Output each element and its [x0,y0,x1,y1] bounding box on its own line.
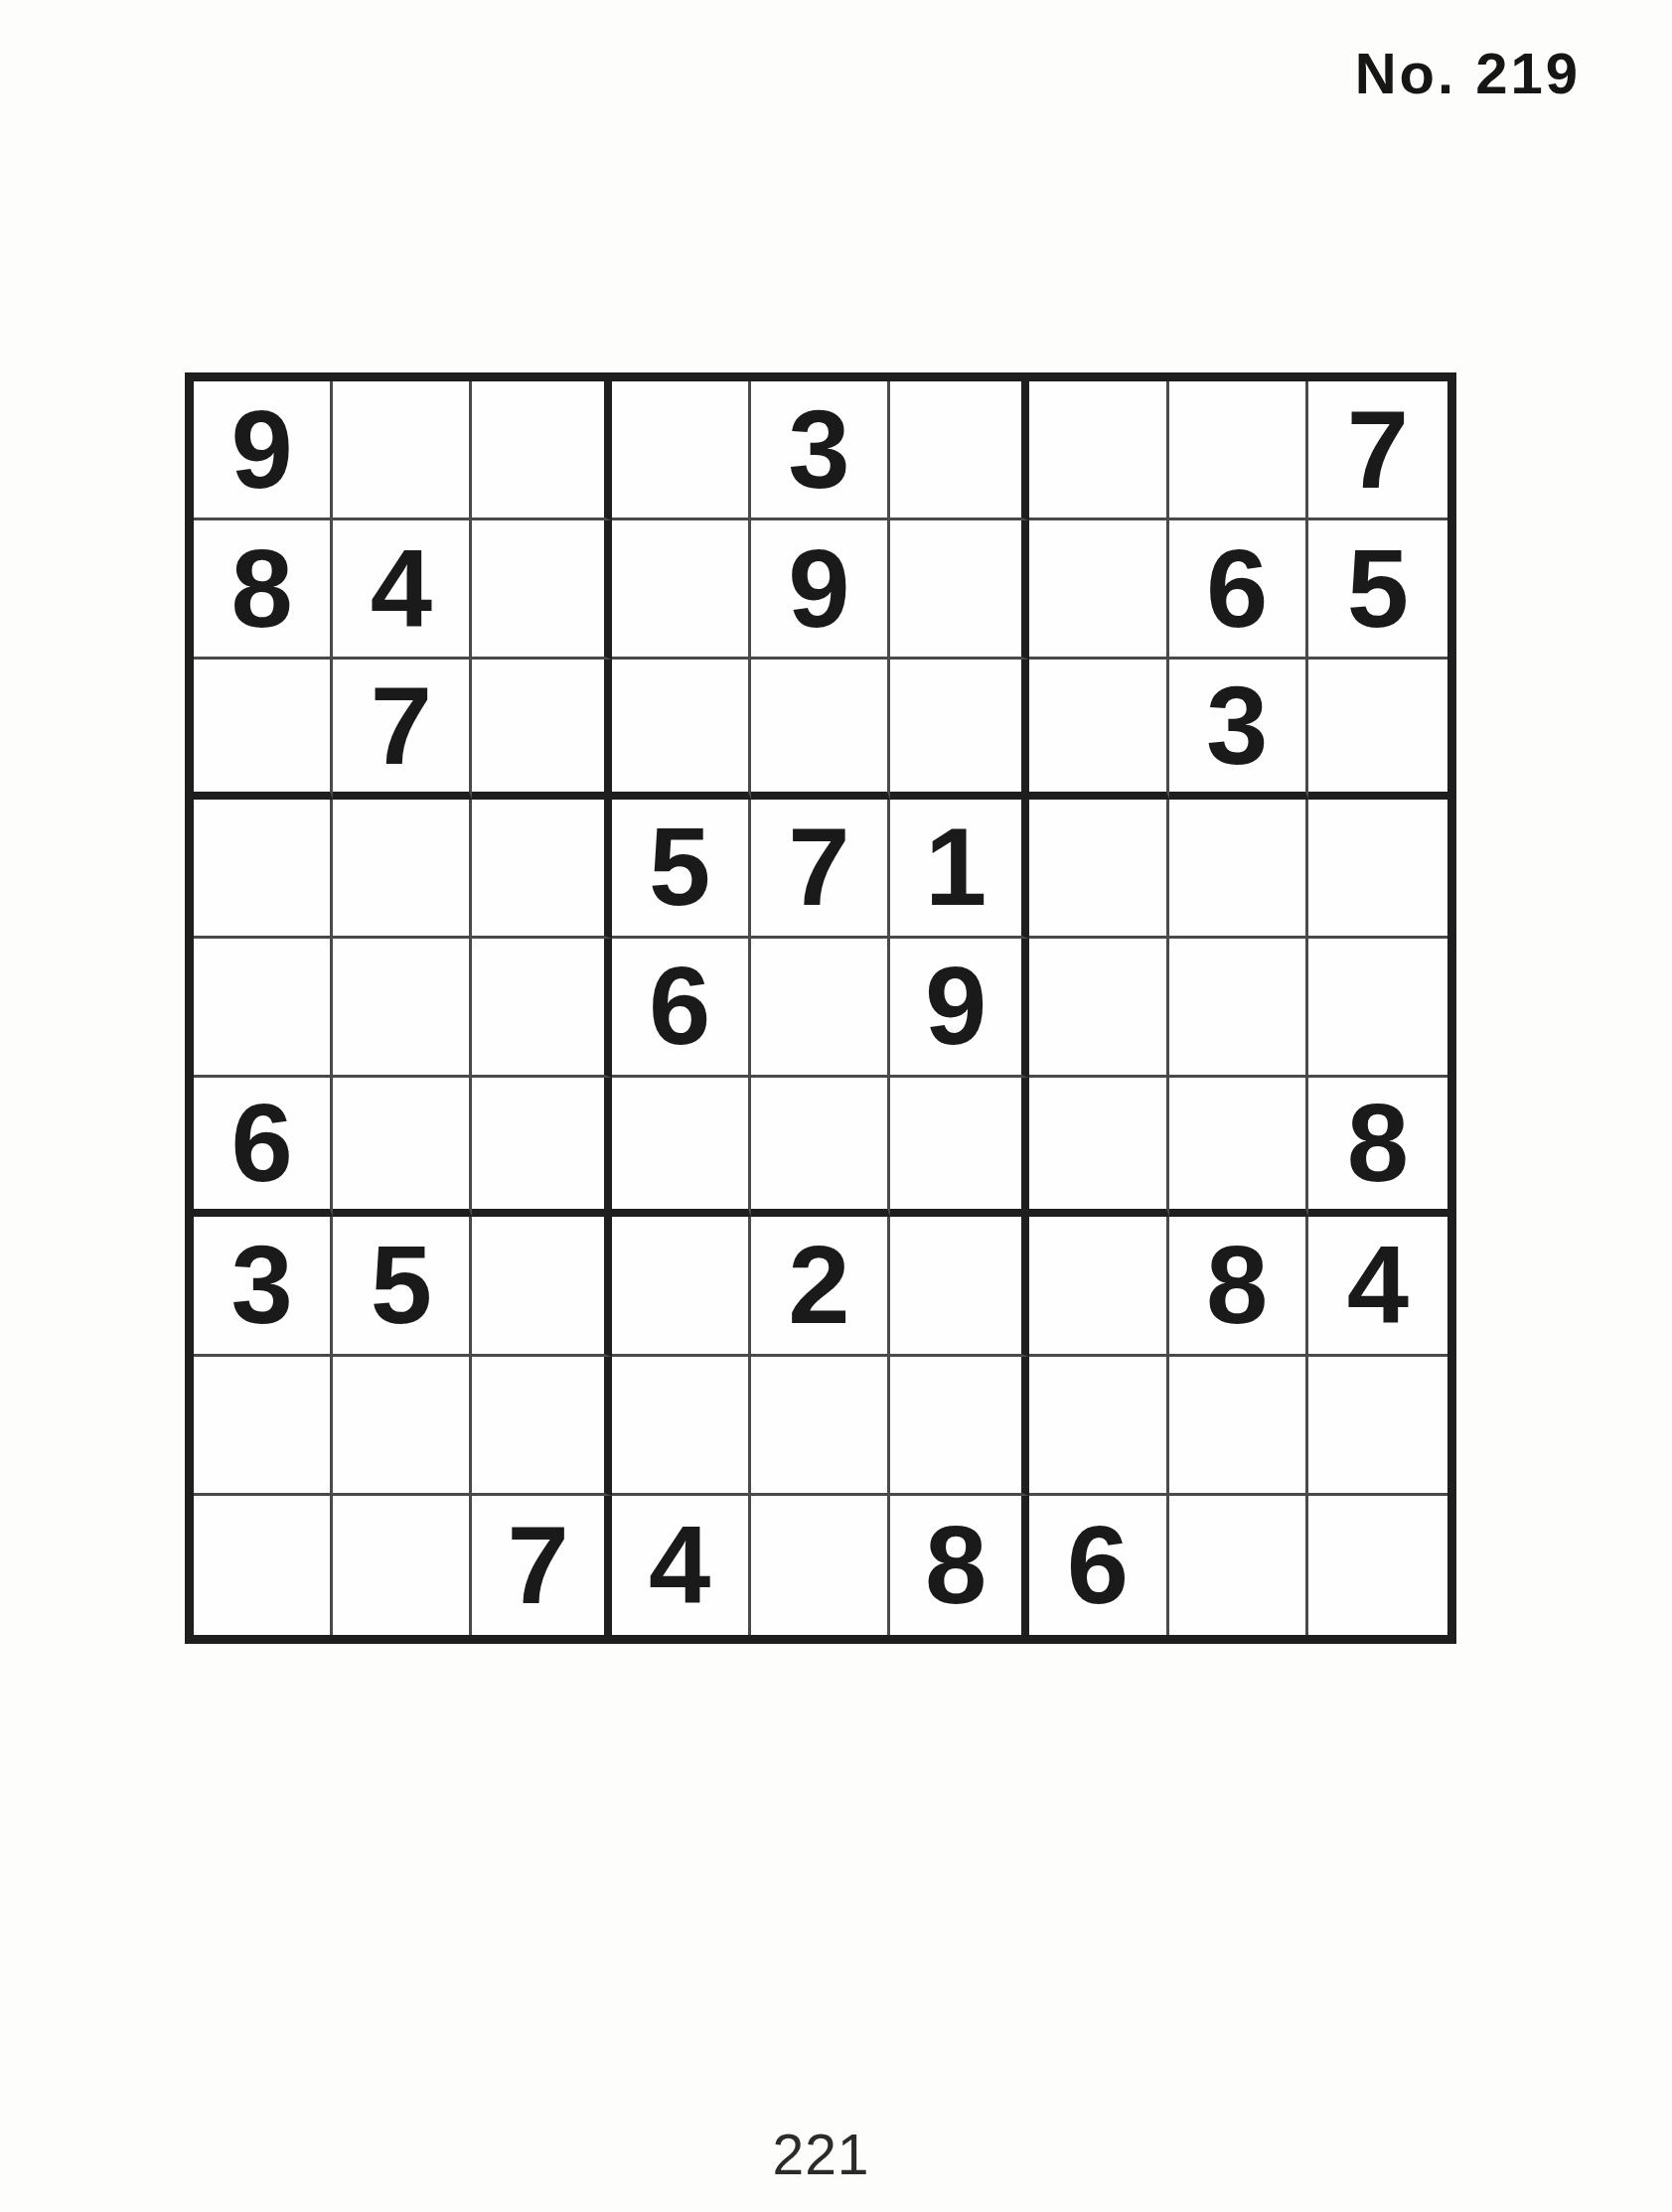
page-number: 221 [0,2122,1657,2187]
cell-r4c8[interactable] [1169,800,1308,939]
cell-r7c3[interactable] [472,1217,611,1356]
cell-r4c2[interactable] [333,800,472,939]
cell-r7c9[interactable]: 4 [1308,1217,1447,1356]
page: No. 219 93784965735716968352847486 221 [0,0,1672,2212]
cell-r5c3[interactable] [472,939,611,1078]
cell-r4c5[interactable]: 7 [751,800,890,939]
cell-r5c2[interactable] [333,939,472,1078]
cell-r2c9[interactable]: 5 [1308,520,1447,660]
cell-r5c5[interactable] [751,939,890,1078]
cell-r7c5[interactable]: 2 [751,1217,890,1356]
cell-r4c4[interactable]: 5 [612,800,751,939]
cell-r8c3[interactable] [472,1357,611,1496]
cell-r8c5[interactable] [751,1357,890,1496]
cell-r6c6[interactable] [890,1078,1029,1217]
cell-r9c4[interactable]: 4 [612,1496,751,1635]
cell-r2c4[interactable] [612,520,751,660]
cell-r6c1[interactable]: 6 [194,1078,333,1217]
cell-r2c1[interactable]: 8 [194,520,333,660]
puzzle-number: No. 219 [1355,40,1581,106]
cell-r4c7[interactable] [1029,800,1168,939]
cell-r5c4[interactable]: 6 [612,939,751,1078]
cell-r5c1[interactable] [194,939,333,1078]
cell-r4c3[interactable] [472,800,611,939]
cell-r3c4[interactable] [612,660,751,799]
cell-r1c7[interactable] [1029,381,1168,520]
cell-r1c2[interactable] [333,381,472,520]
cell-r6c7[interactable] [1029,1078,1168,1217]
cell-r1c8[interactable] [1169,381,1308,520]
cell-r7c2[interactable]: 5 [333,1217,472,1356]
cell-r8c2[interactable] [333,1357,472,1496]
cell-r2c8[interactable]: 6 [1169,520,1308,660]
cell-r1c6[interactable] [890,381,1029,520]
cell-r6c9[interactable]: 8 [1308,1078,1447,1217]
cell-r3c2[interactable]: 7 [333,660,472,799]
cell-r8c4[interactable] [612,1357,751,1496]
cell-r9c8[interactable] [1169,1496,1308,1635]
cell-r4c9[interactable] [1308,800,1447,939]
cell-r2c2[interactable]: 4 [333,520,472,660]
cell-r7c4[interactable] [612,1217,751,1356]
cell-r2c7[interactable] [1029,520,1168,660]
cell-r9c5[interactable] [751,1496,890,1635]
cell-r3c1[interactable] [194,660,333,799]
cell-r1c4[interactable] [612,381,751,520]
cell-r6c5[interactable] [751,1078,890,1217]
cell-r4c1[interactable] [194,800,333,939]
cell-r9c7[interactable]: 6 [1029,1496,1168,1635]
cell-r9c9[interactable] [1308,1496,1447,1635]
cell-r7c6[interactable] [890,1217,1029,1356]
cell-r7c1[interactable]: 3 [194,1217,333,1356]
cell-r9c1[interactable] [194,1496,333,1635]
cell-r8c6[interactable] [890,1357,1029,1496]
cell-r1c5[interactable]: 3 [751,381,890,520]
cell-r3c7[interactable] [1029,660,1168,799]
cell-r9c2[interactable] [333,1496,472,1635]
cell-r6c8[interactable] [1169,1078,1308,1217]
cell-r2c3[interactable] [472,520,611,660]
cell-r3c5[interactable] [751,660,890,799]
cell-r3c3[interactable] [472,660,611,799]
cell-r3c8[interactable]: 3 [1169,660,1308,799]
cell-r1c3[interactable] [472,381,611,520]
cell-r6c2[interactable] [333,1078,472,1217]
cell-r1c1[interactable]: 9 [194,381,333,520]
cell-r7c8[interactable]: 8 [1169,1217,1308,1356]
cell-r1c9[interactable]: 7 [1308,381,1447,520]
sudoku-board: 93784965735716968352847486 [185,372,1456,1644]
cell-r7c7[interactable] [1029,1217,1168,1356]
cell-r8c8[interactable] [1169,1357,1308,1496]
cell-r6c4[interactable] [612,1078,751,1217]
cell-r5c6[interactable]: 9 [890,939,1029,1078]
cell-r3c6[interactable] [890,660,1029,799]
cell-r5c7[interactable] [1029,939,1168,1078]
cell-r4c6[interactable]: 1 [890,800,1029,939]
cell-r3c9[interactable] [1308,660,1447,799]
cell-r5c9[interactable] [1308,939,1447,1078]
cell-r2c6[interactable] [890,520,1029,660]
cell-r8c7[interactable] [1029,1357,1168,1496]
cell-r5c8[interactable] [1169,939,1308,1078]
cell-r6c3[interactable] [472,1078,611,1217]
cell-r2c5[interactable]: 9 [751,520,890,660]
cell-r9c3[interactable]: 7 [472,1496,611,1635]
cell-r8c1[interactable] [194,1357,333,1496]
cell-r9c6[interactable]: 8 [890,1496,1029,1635]
cell-r8c9[interactable] [1308,1357,1447,1496]
